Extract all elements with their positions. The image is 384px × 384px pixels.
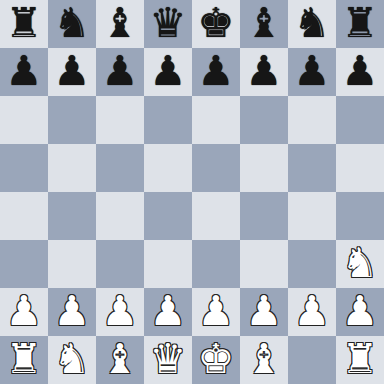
- square-f7[interactable]: ♟: [240, 48, 288, 96]
- square-f6[interactable]: [240, 96, 288, 144]
- black-knight-g8[interactable]: ♞: [294, 0, 331, 47]
- square-h8[interactable]: ♜: [336, 0, 384, 48]
- square-g7[interactable]: ♟: [288, 48, 336, 96]
- square-a6[interactable]: [0, 96, 48, 144]
- square-f2[interactable]: ♟: [240, 288, 288, 336]
- square-f8[interactable]: ♝: [240, 0, 288, 48]
- white-pawn-h2[interactable]: ♟: [342, 287, 379, 335]
- square-c1[interactable]: ♝: [96, 336, 144, 384]
- square-g8[interactable]: ♞: [288, 0, 336, 48]
- black-bishop-c8[interactable]: ♝: [102, 0, 139, 47]
- square-e6[interactable]: [192, 96, 240, 144]
- black-pawn-f7[interactable]: ♟: [246, 47, 283, 95]
- square-a3[interactable]: [0, 240, 48, 288]
- square-a8[interactable]: ♜: [0, 0, 48, 48]
- square-g3[interactable]: [288, 240, 336, 288]
- square-a7[interactable]: ♟: [0, 48, 48, 96]
- white-rook-h1[interactable]: ♜: [342, 335, 379, 383]
- white-queen-d1[interactable]: ♛: [150, 335, 187, 383]
- square-b3[interactable]: [48, 240, 96, 288]
- square-d3[interactable]: [144, 240, 192, 288]
- square-h7[interactable]: ♟: [336, 48, 384, 96]
- white-knight-b1[interactable]: ♞: [54, 335, 91, 383]
- black-pawn-h7[interactable]: ♟: [342, 47, 379, 95]
- square-g1[interactable]: [288, 336, 336, 384]
- square-c6[interactable]: [96, 96, 144, 144]
- square-b6[interactable]: [48, 96, 96, 144]
- square-e8[interactable]: ♚: [192, 0, 240, 48]
- square-c3[interactable]: [96, 240, 144, 288]
- square-g2[interactable]: ♟: [288, 288, 336, 336]
- white-pawn-b2[interactable]: ♟: [54, 287, 91, 335]
- square-e1[interactable]: ♚: [192, 336, 240, 384]
- square-c7[interactable]: ♟: [96, 48, 144, 96]
- white-pawn-e2[interactable]: ♟: [198, 287, 235, 335]
- square-d7[interactable]: ♟: [144, 48, 192, 96]
- square-f4[interactable]: [240, 192, 288, 240]
- square-b8[interactable]: ♞: [48, 0, 96, 48]
- white-pawn-c2[interactable]: ♟: [102, 287, 139, 335]
- square-b2[interactable]: ♟: [48, 288, 96, 336]
- square-b4[interactable]: [48, 192, 96, 240]
- square-d1[interactable]: ♛: [144, 336, 192, 384]
- white-pawn-d2[interactable]: ♟: [150, 287, 187, 335]
- square-h6[interactable]: [336, 96, 384, 144]
- white-rook-a1[interactable]: ♜: [6, 335, 43, 383]
- square-c2[interactable]: ♟: [96, 288, 144, 336]
- black-pawn-b7[interactable]: ♟: [54, 47, 91, 95]
- square-d2[interactable]: ♟: [144, 288, 192, 336]
- black-queen-d8[interactable]: ♛: [150, 0, 187, 47]
- square-e5[interactable]: [192, 144, 240, 192]
- white-bishop-f1[interactable]: ♝: [246, 335, 283, 383]
- black-pawn-d7[interactable]: ♟: [150, 47, 187, 95]
- square-e7[interactable]: ♟: [192, 48, 240, 96]
- square-d6[interactable]: [144, 96, 192, 144]
- white-pawn-a2[interactable]: ♟: [6, 287, 43, 335]
- black-knight-b8[interactable]: ♞: [54, 0, 91, 47]
- square-a1[interactable]: ♜: [0, 336, 48, 384]
- square-f1[interactable]: ♝: [240, 336, 288, 384]
- black-rook-h8[interactable]: ♜: [342, 0, 379, 47]
- square-e4[interactable]: [192, 192, 240, 240]
- square-c8[interactable]: ♝: [96, 0, 144, 48]
- square-g6[interactable]: [288, 96, 336, 144]
- black-king-e8[interactable]: ♚: [198, 0, 235, 47]
- square-b7[interactable]: ♟: [48, 48, 96, 96]
- square-b5[interactable]: [48, 144, 96, 192]
- square-g5[interactable]: [288, 144, 336, 192]
- square-h5[interactable]: [336, 144, 384, 192]
- square-f5[interactable]: [240, 144, 288, 192]
- square-a5[interactable]: [0, 144, 48, 192]
- white-knight-h3[interactable]: ♞: [342, 239, 379, 287]
- black-pawn-g7[interactable]: ♟: [294, 47, 331, 95]
- square-g4[interactable]: [288, 192, 336, 240]
- square-a2[interactable]: ♟: [0, 288, 48, 336]
- black-rook-a8[interactable]: ♜: [6, 0, 43, 47]
- square-d4[interactable]: [144, 192, 192, 240]
- black-pawn-e7[interactable]: ♟: [198, 47, 235, 95]
- black-pawn-a7[interactable]: ♟: [6, 47, 43, 95]
- white-king-e1[interactable]: ♚: [198, 335, 235, 383]
- black-pawn-c7[interactable]: ♟: [102, 47, 139, 95]
- square-c5[interactable]: [96, 144, 144, 192]
- square-d8[interactable]: ♛: [144, 0, 192, 48]
- square-h3[interactable]: ♞: [336, 240, 384, 288]
- square-b1[interactable]: ♞: [48, 336, 96, 384]
- chess-board: ♜♞♝♛♚♝♞♜♟♟♟♟♟♟♟♟♞♟♟♟♟♟♟♟♟♜♞♝♛♚♝♜: [0, 0, 384, 384]
- square-d5[interactable]: [144, 144, 192, 192]
- white-pawn-g2[interactable]: ♟: [294, 287, 331, 335]
- square-h4[interactable]: [336, 192, 384, 240]
- square-e3[interactable]: [192, 240, 240, 288]
- square-f3[interactable]: [240, 240, 288, 288]
- white-pawn-f2[interactable]: ♟: [246, 287, 283, 335]
- black-bishop-f8[interactable]: ♝: [246, 0, 283, 47]
- white-bishop-c1[interactable]: ♝: [102, 335, 139, 383]
- square-h1[interactable]: ♜: [336, 336, 384, 384]
- square-e2[interactable]: ♟: [192, 288, 240, 336]
- square-c4[interactable]: [96, 192, 144, 240]
- square-a4[interactable]: [0, 192, 48, 240]
- square-h2[interactable]: ♟: [336, 288, 384, 336]
